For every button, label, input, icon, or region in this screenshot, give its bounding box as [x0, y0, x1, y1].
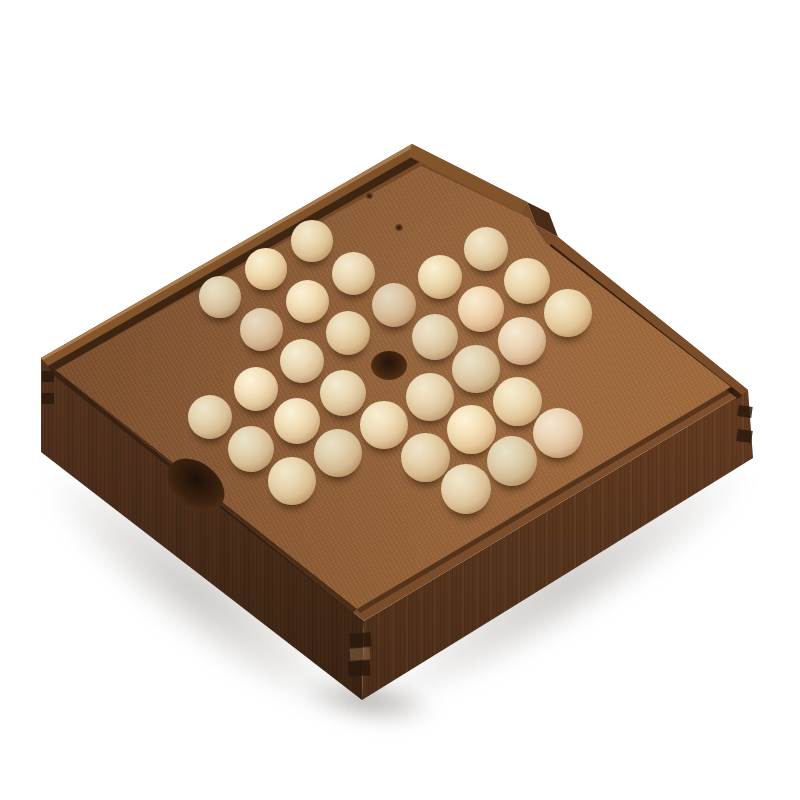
peg-ball[interactable] — [320, 370, 366, 416]
finger-joint — [42, 393, 54, 404]
peg-ball[interactable] — [447, 405, 496, 454]
peg-ball[interactable] — [406, 373, 454, 421]
peg-ball[interactable] — [245, 248, 287, 290]
peg-ball[interactable] — [533, 408, 584, 459]
finger-joint — [737, 405, 752, 418]
wood-knot — [395, 224, 403, 231]
peg-ball[interactable] — [452, 345, 500, 393]
finger-joint — [736, 429, 753, 443]
peg-ball[interactable] — [199, 276, 241, 318]
peg-ball[interactable] — [487, 436, 538, 487]
peg-ball[interactable] — [228, 426, 274, 472]
peg-ball[interactable] — [493, 377, 542, 426]
peg-ball[interactable] — [498, 317, 546, 365]
peg-ball[interactable] — [544, 289, 592, 337]
wood-knot — [366, 193, 373, 199]
peg-ball[interactable] — [314, 429, 362, 477]
finger-joint — [348, 660, 371, 676]
peg-ball[interactable] — [504, 258, 550, 304]
finger-joint — [350, 632, 372, 647]
peg-ball[interactable] — [332, 252, 375, 295]
peg-ball[interactable] — [458, 286, 504, 332]
peg-ball[interactable] — [268, 457, 316, 505]
peg-ball[interactable] — [240, 308, 283, 351]
finger-joint — [350, 647, 371, 660]
peg-ball[interactable] — [360, 401, 408, 449]
peg-ball[interactable] — [412, 314, 458, 360]
empty-center-hole[interactable] — [371, 351, 407, 380]
peg-ball[interactable] — [291, 220, 333, 262]
finger-joint — [42, 371, 54, 382]
peg-ball[interactable] — [286, 280, 329, 323]
peg-ball[interactable] — [441, 464, 492, 515]
peg-ball[interactable] — [274, 398, 320, 444]
solitaire-product-photo — [0, 0, 800, 800]
peg-ball[interactable] — [401, 433, 450, 482]
